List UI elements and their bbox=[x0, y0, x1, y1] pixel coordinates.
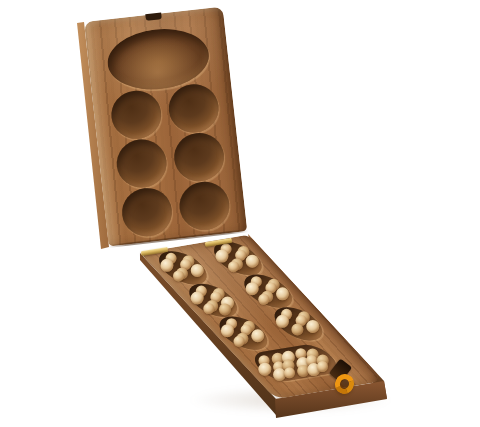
pit-north-5[interactable] bbox=[120, 186, 175, 239]
bead bbox=[190, 291, 203, 304]
bead bbox=[251, 329, 264, 342]
bead bbox=[203, 303, 214, 314]
bead bbox=[291, 323, 303, 335]
bead bbox=[245, 282, 258, 295]
bead bbox=[283, 367, 294, 378]
bead bbox=[316, 361, 327, 372]
mancala-board-scene bbox=[0, 0, 480, 427]
bead bbox=[306, 320, 319, 333]
bead bbox=[227, 261, 238, 272]
pit-north-3[interactable] bbox=[114, 137, 169, 190]
pit-north-6[interactable] bbox=[177, 179, 232, 232]
bead bbox=[245, 254, 258, 267]
north-pit-grid bbox=[109, 82, 232, 239]
pit-north-2[interactable] bbox=[166, 82, 221, 135]
bead bbox=[275, 315, 288, 328]
bead bbox=[215, 249, 228, 262]
latch-notch bbox=[145, 12, 162, 20]
pit-north-1[interactable] bbox=[109, 88, 164, 141]
bead bbox=[275, 287, 288, 300]
pit-north-4[interactable] bbox=[172, 130, 227, 183]
bead bbox=[190, 264, 203, 277]
bead bbox=[258, 294, 269, 305]
bead bbox=[160, 259, 173, 272]
board-lid-half bbox=[84, 7, 247, 247]
bead bbox=[219, 303, 231, 315]
bead bbox=[220, 324, 233, 337]
bead bbox=[233, 335, 244, 346]
bead bbox=[258, 362, 271, 375]
bead bbox=[172, 270, 183, 281]
